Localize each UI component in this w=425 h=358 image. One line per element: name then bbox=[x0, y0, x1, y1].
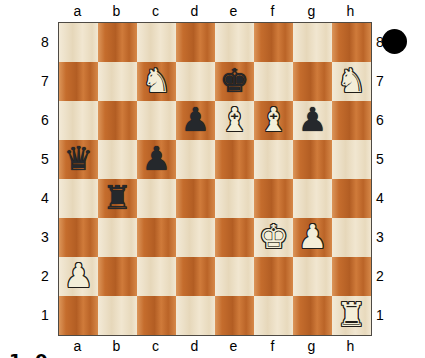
file-label-c: c bbox=[136, 2, 175, 19]
square-d6[interactable]: ♟ bbox=[176, 101, 215, 140]
square-g7[interactable] bbox=[293, 62, 332, 101]
square-f8[interactable] bbox=[254, 23, 293, 62]
square-f2[interactable] bbox=[254, 257, 293, 296]
square-e8[interactable] bbox=[215, 23, 254, 62]
black-to-move-indicator bbox=[382, 29, 407, 54]
file-label-d: d bbox=[175, 2, 214, 19]
file-label-h: h bbox=[331, 337, 370, 354]
white-bishop-f6[interactable]: ♝ bbox=[259, 100, 289, 139]
square-g8[interactable] bbox=[293, 23, 332, 62]
file-label-a: a bbox=[58, 337, 97, 354]
square-b4[interactable]: ♜ bbox=[98, 179, 137, 218]
square-e1[interactable] bbox=[215, 296, 254, 335]
rank-label-6: 6 bbox=[37, 100, 53, 139]
caption-fragment: 1-0 bbox=[9, 351, 51, 358]
rank-label-7: 7 bbox=[37, 61, 53, 100]
square-g4[interactable] bbox=[293, 179, 332, 218]
rank-label-6: 6 bbox=[372, 100, 388, 139]
white-pawn-a2[interactable]: ♟ bbox=[64, 256, 94, 295]
chess-diagram: abcdefgh 87654321 ♞♚♞♟♝♝♟♛♟♜♚♟♟♜ 8765432… bbox=[0, 0, 425, 358]
square-a4[interactable] bbox=[59, 179, 98, 218]
white-knight-c7[interactable]: ♞ bbox=[142, 61, 172, 100]
square-c1[interactable] bbox=[137, 296, 176, 335]
black-rook-b4[interactable]: ♜ bbox=[103, 178, 133, 217]
square-d7[interactable] bbox=[176, 62, 215, 101]
square-g3[interactable]: ♟ bbox=[293, 218, 332, 257]
white-king-f3[interactable]: ♚ bbox=[259, 217, 289, 256]
white-rook-h1[interactable]: ♜ bbox=[337, 295, 367, 334]
square-c8[interactable] bbox=[137, 23, 176, 62]
file-label-e: e bbox=[214, 337, 253, 354]
square-d2[interactable] bbox=[176, 257, 215, 296]
white-bishop-e6[interactable]: ♝ bbox=[220, 100, 250, 139]
rank-label-1: 1 bbox=[37, 295, 53, 334]
file-label-a: a bbox=[58, 2, 97, 19]
square-h6[interactable] bbox=[332, 101, 371, 140]
square-b8[interactable] bbox=[98, 23, 137, 62]
file-labels-top: abcdefgh bbox=[58, 2, 370, 19]
square-d5[interactable] bbox=[176, 140, 215, 179]
rank-label-4: 4 bbox=[37, 178, 53, 217]
rank-label-2: 2 bbox=[372, 256, 388, 295]
square-b5[interactable] bbox=[98, 140, 137, 179]
square-e5[interactable] bbox=[215, 140, 254, 179]
white-pawn-g3[interactable]: ♟ bbox=[298, 217, 328, 256]
rank-label-8: 8 bbox=[37, 22, 53, 61]
square-e4[interactable] bbox=[215, 179, 254, 218]
square-e2[interactable] bbox=[215, 257, 254, 296]
square-e3[interactable] bbox=[215, 218, 254, 257]
square-c3[interactable] bbox=[137, 218, 176, 257]
square-f4[interactable] bbox=[254, 179, 293, 218]
file-label-h: h bbox=[331, 2, 370, 19]
square-h7[interactable]: ♞ bbox=[332, 62, 371, 101]
file-labels-bottom: abcdefgh bbox=[58, 337, 370, 354]
file-label-f: f bbox=[253, 2, 292, 19]
file-label-b: b bbox=[97, 2, 136, 19]
rank-label-5: 5 bbox=[37, 139, 53, 178]
black-pawn-d6[interactable]: ♟ bbox=[181, 100, 211, 139]
square-h1[interactable]: ♜ bbox=[332, 296, 371, 335]
square-e7[interactable]: ♚ bbox=[215, 62, 254, 101]
square-b1[interactable] bbox=[98, 296, 137, 335]
square-h2[interactable] bbox=[332, 257, 371, 296]
rank-label-5: 5 bbox=[372, 139, 388, 178]
rank-label-7: 7 bbox=[372, 61, 388, 100]
rank-label-4: 4 bbox=[372, 178, 388, 217]
file-label-d: d bbox=[175, 337, 214, 354]
file-label-c: c bbox=[136, 337, 175, 354]
black-king-e7[interactable]: ♚ bbox=[220, 61, 250, 100]
file-label-g: g bbox=[292, 337, 331, 354]
square-f7[interactable] bbox=[254, 62, 293, 101]
square-f5[interactable] bbox=[254, 140, 293, 179]
rank-labels-right: 87654321 bbox=[372, 22, 388, 334]
square-c2[interactable] bbox=[137, 257, 176, 296]
square-g5[interactable] bbox=[293, 140, 332, 179]
square-b7[interactable] bbox=[98, 62, 137, 101]
black-queen-a5[interactable]: ♛ bbox=[64, 139, 94, 178]
rank-label-3: 3 bbox=[372, 217, 388, 256]
square-d4[interactable] bbox=[176, 179, 215, 218]
square-d1[interactable] bbox=[176, 296, 215, 335]
square-h3[interactable] bbox=[332, 218, 371, 257]
square-d3[interactable] bbox=[176, 218, 215, 257]
square-e6[interactable]: ♝ bbox=[215, 101, 254, 140]
square-h5[interactable] bbox=[332, 140, 371, 179]
square-f3[interactable]: ♚ bbox=[254, 218, 293, 257]
square-g2[interactable] bbox=[293, 257, 332, 296]
rank-label-3: 3 bbox=[37, 217, 53, 256]
chess-board: ♞♚♞♟♝♝♟♛♟♜♚♟♟♜ bbox=[58, 22, 372, 336]
square-h8[interactable] bbox=[332, 23, 371, 62]
rank-label-1: 1 bbox=[372, 295, 388, 334]
square-a6[interactable] bbox=[59, 101, 98, 140]
square-c5[interactable]: ♟ bbox=[137, 140, 176, 179]
square-c4[interactable] bbox=[137, 179, 176, 218]
file-label-e: e bbox=[214, 2, 253, 19]
black-pawn-c5[interactable]: ♟ bbox=[142, 139, 172, 178]
file-label-f: f bbox=[253, 337, 292, 354]
square-c6[interactable] bbox=[137, 101, 176, 140]
rank-labels-left: 87654321 bbox=[37, 22, 53, 334]
square-b2[interactable] bbox=[98, 257, 137, 296]
square-a8[interactable] bbox=[59, 23, 98, 62]
square-f6[interactable]: ♝ bbox=[254, 101, 293, 140]
square-f1[interactable] bbox=[254, 296, 293, 335]
square-g6[interactable]: ♟ bbox=[293, 101, 332, 140]
white-knight-h7[interactable]: ♞ bbox=[337, 61, 367, 100]
square-b3[interactable] bbox=[98, 218, 137, 257]
square-a3[interactable] bbox=[59, 218, 98, 257]
file-label-g: g bbox=[292, 2, 331, 19]
square-g1[interactable] bbox=[293, 296, 332, 335]
square-d8[interactable] bbox=[176, 23, 215, 62]
square-a5[interactable]: ♛ bbox=[59, 140, 98, 179]
square-b6[interactable] bbox=[98, 101, 137, 140]
file-label-b: b bbox=[97, 337, 136, 354]
square-h4[interactable] bbox=[332, 179, 371, 218]
square-a7[interactable] bbox=[59, 62, 98, 101]
rank-label-2: 2 bbox=[37, 256, 53, 295]
square-a2[interactable]: ♟ bbox=[59, 257, 98, 296]
square-c7[interactable]: ♞ bbox=[137, 62, 176, 101]
square-a1[interactable] bbox=[59, 296, 98, 335]
black-pawn-g6[interactable]: ♟ bbox=[298, 100, 328, 139]
